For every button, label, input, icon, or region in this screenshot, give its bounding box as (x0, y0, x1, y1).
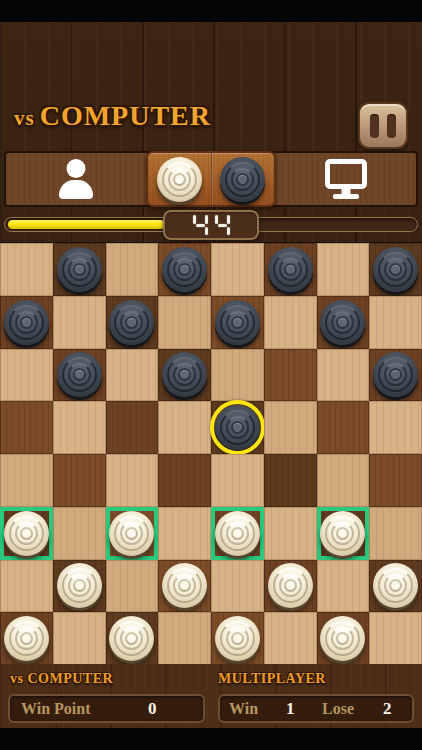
lose-label: Lose (322, 700, 354, 718)
board-square-b1 (53, 612, 106, 665)
board (0, 242, 422, 664)
black-checker[interactable] (215, 300, 260, 345)
board-square-a2 (0, 560, 53, 613)
board-square-a7[interactable] (0, 296, 53, 349)
white-checker[interactable] (109, 616, 154, 661)
board-square-d5 (158, 401, 211, 454)
board-square-g8 (317, 243, 370, 296)
board-square-g4 (317, 454, 370, 507)
board-square-g1[interactable] (317, 612, 370, 665)
board-square-d4[interactable] (158, 454, 211, 507)
white-checker[interactable] (320, 511, 365, 556)
white-checker[interactable] (320, 616, 365, 661)
board-square-c4 (106, 454, 159, 507)
computer-color-slot (212, 153, 275, 205)
board-square-f3 (264, 507, 317, 560)
board-square-b2[interactable] (53, 560, 106, 613)
board-square-b4[interactable] (53, 454, 106, 507)
board-square-d7 (158, 296, 211, 349)
board-square-b5 (53, 401, 106, 454)
white-checker[interactable] (215, 511, 260, 556)
board-square-c1[interactable] (106, 612, 159, 665)
timer-progress-fill (8, 220, 165, 229)
board-square-d8[interactable] (158, 243, 211, 296)
human-color-slot (148, 153, 212, 205)
board-square-c2 (106, 560, 159, 613)
board-square-f5 (264, 401, 317, 454)
win-point-label: Win Point (21, 700, 91, 718)
black-checker[interactable] (320, 300, 365, 345)
win-value: 1 (286, 699, 295, 719)
black-checker-icon (220, 157, 265, 202)
board-square-e5[interactable] (211, 401, 264, 454)
black-checker[interactable] (57, 352, 102, 397)
selected-highlight-ring (210, 400, 265, 455)
multiplayer-stats-header: MULTIPLAYER (218, 671, 326, 687)
board-square-h4[interactable] (369, 454, 422, 507)
board-square-c5[interactable] (106, 401, 159, 454)
white-checker[interactable] (373, 563, 418, 608)
white-checker[interactable] (162, 563, 207, 608)
board-square-f4[interactable] (264, 454, 317, 507)
board-square-e3[interactable] (211, 507, 264, 560)
board-square-c3[interactable] (106, 507, 159, 560)
app-screen: vs COMPUTER vs COMP (0, 0, 422, 750)
monitor-icon (323, 159, 369, 199)
board-square-h1 (369, 612, 422, 665)
timer-digits (193, 214, 230, 237)
top-letterbox-bar (0, 0, 422, 22)
board-square-d2[interactable] (158, 560, 211, 613)
board-square-h5 (369, 401, 422, 454)
board-square-e7[interactable] (211, 296, 264, 349)
white-checker[interactable] (268, 563, 313, 608)
board-square-c8 (106, 243, 159, 296)
black-checker[interactable] (162, 352, 207, 397)
board-square-f1 (264, 612, 317, 665)
white-checker[interactable] (109, 511, 154, 556)
board-square-g2 (317, 560, 370, 613)
white-checker[interactable] (57, 563, 102, 608)
board-square-f8[interactable] (264, 243, 317, 296)
board-square-e8 (211, 243, 264, 296)
board-square-d1 (158, 612, 211, 665)
pause-icon (387, 114, 396, 138)
board-square-h2[interactable] (369, 560, 422, 613)
black-checker[interactable] (268, 247, 313, 292)
computer-player-slot (276, 159, 416, 199)
white-checker[interactable] (215, 616, 260, 661)
white-checker[interactable] (4, 616, 49, 661)
board-square-a6 (0, 349, 53, 402)
black-checker[interactable] (215, 405, 260, 450)
black-checker[interactable] (373, 352, 418, 397)
black-checker[interactable] (373, 247, 418, 292)
multiplayer-record-panel: Win 1 Lose 2 (218, 694, 414, 723)
board-square-f7 (264, 296, 317, 349)
board-square-g6 (317, 349, 370, 402)
bottom-letterbox-bar (0, 728, 422, 750)
board-square-h6[interactable] (369, 349, 422, 402)
turn-indicator-panel (146, 151, 276, 207)
black-checker[interactable] (57, 247, 102, 292)
board-square-d3 (158, 507, 211, 560)
board-square-a4 (0, 454, 53, 507)
board-square-h3 (369, 507, 422, 560)
board-square-g7[interactable] (317, 296, 370, 349)
board-square-b6[interactable] (53, 349, 106, 402)
white-checker-icon (157, 157, 202, 202)
board-square-f6[interactable] (264, 349, 317, 402)
board-square-b7 (53, 296, 106, 349)
board-square-e4 (211, 454, 264, 507)
timer-display (163, 210, 259, 240)
human-player-slot (6, 159, 146, 199)
lose-value: 2 (383, 699, 392, 719)
black-checker[interactable] (4, 300, 49, 345)
black-checker[interactable] (162, 247, 207, 292)
board-square-c7[interactable] (106, 296, 159, 349)
board-square-f2[interactable] (264, 560, 317, 613)
black-checker[interactable] (109, 300, 154, 345)
board-square-b8[interactable] (53, 243, 106, 296)
vs-computer-stats-header: vs COMPUTER (10, 671, 113, 687)
board-square-h8[interactable] (369, 243, 422, 296)
board-square-e1[interactable] (211, 612, 264, 665)
board-square-e2 (211, 560, 264, 613)
board-square-a5[interactable] (0, 401, 53, 454)
board-square-g5[interactable] (317, 401, 370, 454)
white-checker[interactable] (4, 511, 49, 556)
board-square-c6 (106, 349, 159, 402)
win-point-panel: Win Point 0 (8, 694, 205, 723)
page-title: vs COMPUTER (14, 100, 211, 132)
board-square-a8 (0, 243, 53, 296)
board-square-g3[interactable] (317, 507, 370, 560)
board-square-d6[interactable] (158, 349, 211, 402)
win-label: Win (229, 700, 258, 718)
title-prefix: vs (14, 106, 35, 130)
board-square-e6 (211, 349, 264, 402)
board-square-b3 (53, 507, 106, 560)
pause-button[interactable] (358, 102, 408, 149)
person-icon (57, 159, 95, 199)
win-point-value: 0 (148, 699, 157, 719)
title-main: COMPUTER (40, 100, 211, 131)
board-square-a1[interactable] (0, 612, 53, 665)
pause-icon (370, 114, 379, 138)
player-bar (4, 151, 418, 207)
board-square-h7 (369, 296, 422, 349)
board-square-a3[interactable] (0, 507, 53, 560)
